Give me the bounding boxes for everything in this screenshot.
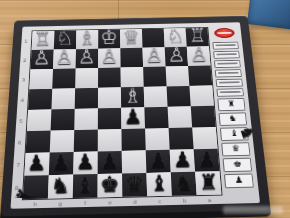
- square-c3[interactable]: [143, 67, 166, 87]
- square-c4[interactable]: [144, 86, 168, 107]
- playfield: ♖♘♗♔♕♘♖♙♙♙♙♙♙♙♗♟♟♟♟♟♟♟♟♜♞♝♚♛♝♞♜ hgfedcba…: [23, 28, 221, 199]
- piece-black-king[interactable]: ♚: [97, 172, 122, 197]
- board-frame: ♖♘♗♔♕♘♖♙♙♙♙♙♙♙♗♟♟♟♟♟♟♟♟♜♞♝♚♛♝♞♜ hgfedcba…: [0, 16, 271, 218]
- square-h4[interactable]: [28, 89, 52, 110]
- square-f8[interactable]: ♝: [73, 174, 98, 198]
- square-h7[interactable]: ♟: [24, 153, 49, 176]
- square-d8[interactable]: ♛: [122, 173, 147, 197]
- piece-black-rook[interactable]: ♜: [196, 170, 221, 195]
- file-label-a: a: [197, 197, 222, 204]
- piece-black-queen[interactable]: ♛: [122, 172, 147, 197]
- function-button-4[interactable]: [215, 69, 242, 77]
- board-margin: ♖♘♗♔♕♘♖♙♙♙♙♙♙♙♗♟♟♟♟♟♟♟♟♜♞♝♚♛♝♞♜ hgfedcba…: [11, 22, 261, 209]
- piece-white-queen[interactable]: ♕: [120, 26, 143, 49]
- rank-label-3: 3: [21, 70, 25, 90]
- square-d2[interactable]: [120, 48, 143, 68]
- square-g5[interactable]: [51, 109, 75, 131]
- square-e4[interactable]: [98, 87, 121, 108]
- square-b2[interactable]: ♙: [165, 47, 188, 67]
- square-e8[interactable]: ♚: [98, 173, 123, 197]
- square-e5[interactable]: [98, 108, 122, 130]
- piece-white-pawn[interactable]: ♙: [53, 46, 76, 69]
- square-d6[interactable]: [121, 129, 145, 151]
- square-c8[interactable]: ♝: [146, 172, 171, 196]
- piece-symbol-button-6[interactable]: ♟: [224, 173, 254, 188]
- square-a8[interactable]: ♜: [195, 171, 221, 195]
- square-f5[interactable]: [74, 108, 98, 130]
- piece-symbol-button-1[interactable]: ♜: [217, 98, 245, 111]
- chess-board-grid[interactable]: ♖♘♗♔♕♘♖♙♙♙♙♙♙♙♗♟♟♟♟♟♟♟♟♜♞♝♚♛♝♞♜: [23, 28, 221, 199]
- rank-label-6: 6: [17, 131, 22, 153]
- square-g2[interactable]: ♙: [53, 49, 76, 69]
- square-h8[interactable]: ♜: [23, 175, 49, 199]
- square-b5[interactable]: [168, 106, 193, 128]
- function-button-3[interactable]: [214, 60, 241, 68]
- square-g4[interactable]: [51, 88, 75, 109]
- square-e2[interactable]: ♙: [98, 48, 121, 68]
- square-b3[interactable]: [166, 66, 190, 86]
- square-f2[interactable]: ♙: [76, 49, 99, 69]
- square-f4[interactable]: [75, 88, 98, 109]
- square-d1[interactable]: ♕: [120, 29, 142, 48]
- piece-white-pawn[interactable]: ♙: [165, 44, 188, 67]
- rank-label-2: 2: [23, 50, 27, 69]
- square-h2[interactable]: ♙: [30, 50, 53, 70]
- piece-white-pawn[interactable]: ♙: [187, 43, 210, 66]
- piece-black-rook[interactable]: ♜: [8, 182, 41, 215]
- file-label-g: g: [48, 200, 73, 207]
- square-c5[interactable]: [144, 107, 168, 129]
- watermark: [223, 206, 283, 214]
- square-c2[interactable]: ♙: [143, 47, 166, 67]
- piece-white-pawn[interactable]: ♙: [143, 44, 166, 67]
- file-label-e: e: [98, 199, 123, 206]
- square-h5[interactable]: [27, 109, 52, 131]
- square-a3[interactable]: [188, 66, 212, 86]
- square-b4[interactable]: [167, 86, 191, 107]
- piece-black-pawn[interactable]: ♟: [121, 105, 145, 129]
- function-button-2[interactable]: [213, 51, 240, 59]
- square-d5[interactable]: ♟: [121, 107, 145, 129]
- piece-black-bishop[interactable]: ♝: [72, 173, 97, 198]
- square-a2[interactable]: ♙: [187, 46, 211, 66]
- square-b8[interactable]: ♞: [171, 172, 197, 196]
- function-button-6[interactable]: [216, 88, 244, 97]
- piece-white-pawn[interactable]: ♙: [98, 45, 121, 68]
- piece-black-knight[interactable]: ♞: [47, 173, 72, 198]
- function-button-1[interactable]: [212, 42, 239, 50]
- piece-white-pawn[interactable]: ♙: [75, 46, 98, 69]
- piece-black-knight[interactable]: ♞: [171, 170, 196, 195]
- square-g8[interactable]: ♞: [48, 175, 73, 199]
- square-f3[interactable]: [75, 68, 98, 88]
- piece-black-pawn[interactable]: ♟: [24, 151, 49, 176]
- piece-white-pawn[interactable]: ♙: [30, 47, 53, 70]
- piece-symbol-button-2[interactable]: ♞: [219, 112, 248, 126]
- rank-label-7: 7: [16, 153, 21, 176]
- square-e3[interactable]: [98, 67, 121, 87]
- square-a5[interactable]: [191, 106, 216, 128]
- file-label-f: f: [73, 199, 98, 206]
- file-label-d: d: [122, 198, 147, 205]
- rank-label-4: 4: [20, 89, 24, 110]
- rank-label-1: 1: [24, 31, 28, 50]
- rank-label-5: 5: [19, 110, 24, 131]
- piece-black-bishop[interactable]: ♝: [147, 171, 172, 196]
- brand-logo: [214, 28, 235, 38]
- function-button-5[interactable]: [216, 79, 243, 87]
- piece-symbol-button-4[interactable]: ♛: [221, 142, 250, 156]
- piece-symbol-button-5[interactable]: ♚: [223, 158, 253, 172]
- square-g3[interactable]: [52, 68, 75, 88]
- file-label-h: h: [23, 201, 48, 208]
- chess-computer: ♖♘♗♔♕♘♖♙♙♙♙♙♙♙♗♟♟♟♟♟♟♟♟♜♞♝♚♛♝♞♜ hgfedcba…: [9, 3, 269, 217]
- file-label-c: c: [147, 198, 172, 205]
- square-a4[interactable]: [189, 85, 214, 106]
- square-h3[interactable]: [29, 69, 53, 89]
- file-label-b: b: [172, 197, 197, 204]
